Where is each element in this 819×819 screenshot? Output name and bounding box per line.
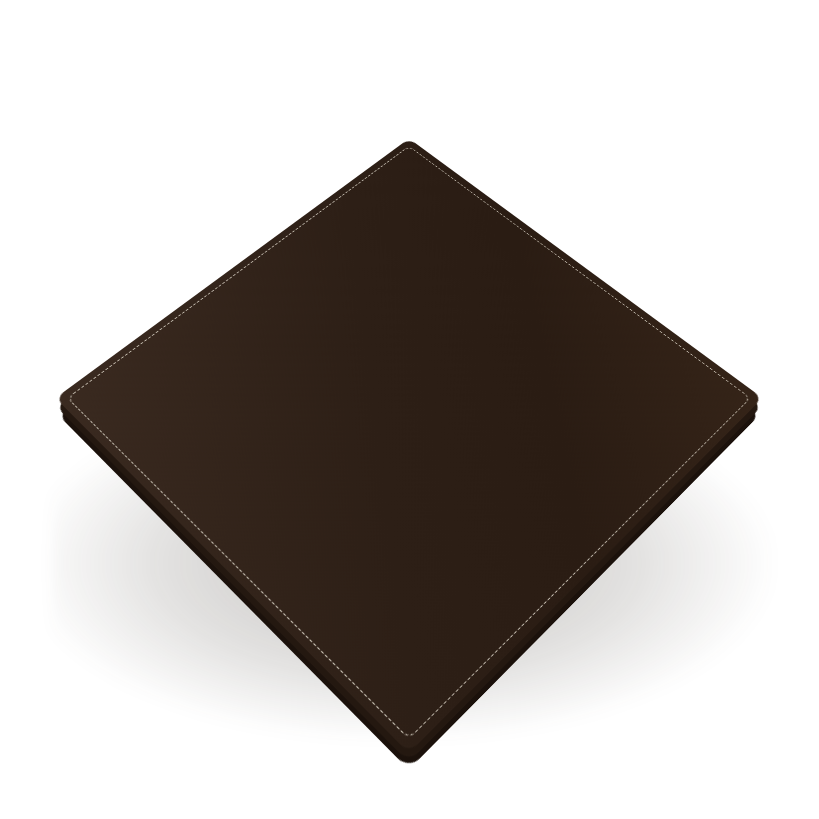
product-photo-background: { "game": "chess", "scene_description": … xyxy=(0,0,819,819)
scene xyxy=(0,0,819,819)
